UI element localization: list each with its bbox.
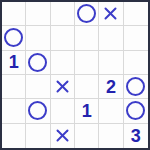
cross-mark	[104, 7, 117, 20]
cell-r2c4[interactable]	[75, 26, 99, 50]
cell-r2c3[interactable]	[51, 26, 75, 50]
cell-r3c1[interactable]: 1	[2, 51, 26, 75]
clue-number: 1	[82, 102, 92, 120]
circle-mark	[4, 28, 23, 47]
cross-mark	[56, 80, 69, 93]
cell-r2c1[interactable]	[2, 26, 26, 50]
circle-mark	[126, 101, 145, 120]
cell-r4c2[interactable]	[26, 75, 50, 99]
cell-r2c6[interactable]	[124, 26, 148, 50]
cell-r4c5[interactable]: 2	[99, 75, 123, 99]
clue-number: 2	[106, 78, 116, 96]
circle-mark	[126, 77, 145, 96]
clue-number: 3	[131, 127, 141, 145]
circle-mark	[28, 101, 47, 120]
cell-r6c1[interactable]	[2, 124, 26, 148]
clue-number: 1	[9, 53, 19, 71]
circle-mark	[77, 4, 96, 23]
cell-r6c4[interactable]	[75, 124, 99, 148]
cell-r1c1[interactable]	[2, 2, 26, 26]
cell-r4c4[interactable]	[75, 75, 99, 99]
cell-r5c6[interactable]	[124, 99, 148, 123]
cell-r5c1[interactable]	[2, 99, 26, 123]
cell-r2c2[interactable]	[26, 26, 50, 50]
cell-r5c5[interactable]	[99, 99, 123, 123]
cell-r4c1[interactable]	[2, 75, 26, 99]
cell-r5c2[interactable]	[26, 99, 50, 123]
cell-r2c5[interactable]	[99, 26, 123, 50]
cell-r1c4[interactable]	[75, 2, 99, 26]
cell-r4c3[interactable]	[51, 75, 75, 99]
cell-r1c3[interactable]	[51, 2, 75, 26]
cell-r3c3[interactable]	[51, 51, 75, 75]
cross-mark	[56, 129, 69, 142]
cell-r6c3[interactable]	[51, 124, 75, 148]
cell-r3c5[interactable]	[99, 51, 123, 75]
cell-r4c6[interactable]	[124, 75, 148, 99]
cell-r3c6[interactable]	[124, 51, 148, 75]
cell-r5c3[interactable]	[51, 99, 75, 123]
cell-r1c2[interactable]	[26, 2, 50, 26]
puzzle-board: 1213	[0, 0, 150, 150]
cell-r1c5[interactable]	[99, 2, 123, 26]
circle-mark	[28, 53, 47, 72]
cell-r5c4[interactable]: 1	[75, 99, 99, 123]
cell-r3c4[interactable]	[75, 51, 99, 75]
cell-r6c5[interactable]	[99, 124, 123, 148]
cell-r6c6[interactable]: 3	[124, 124, 148, 148]
cell-r3c2[interactable]	[26, 51, 50, 75]
cell-r6c2[interactable]	[26, 124, 50, 148]
cell-r1c6[interactable]	[124, 2, 148, 26]
